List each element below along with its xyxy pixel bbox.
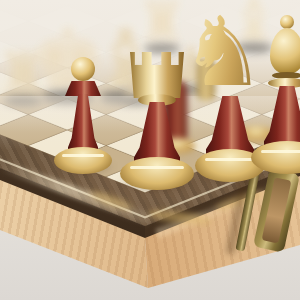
bishop-gold-bulb bbox=[270, 28, 300, 74]
bishop-finial-ball bbox=[280, 15, 294, 29]
chess-set-photo: ♜♚♝♟♜♟♝ ♞ bbox=[0, 0, 300, 300]
pawn-gold-ball bbox=[71, 57, 95, 81]
rook-gold-base bbox=[120, 157, 194, 190]
knight-glyph: ♞ bbox=[188, 14, 266, 96]
knight-gold-head: ♞ bbox=[188, 14, 278, 96]
clasp-opening bbox=[262, 177, 292, 243]
pawn-gold-base bbox=[54, 147, 112, 174]
